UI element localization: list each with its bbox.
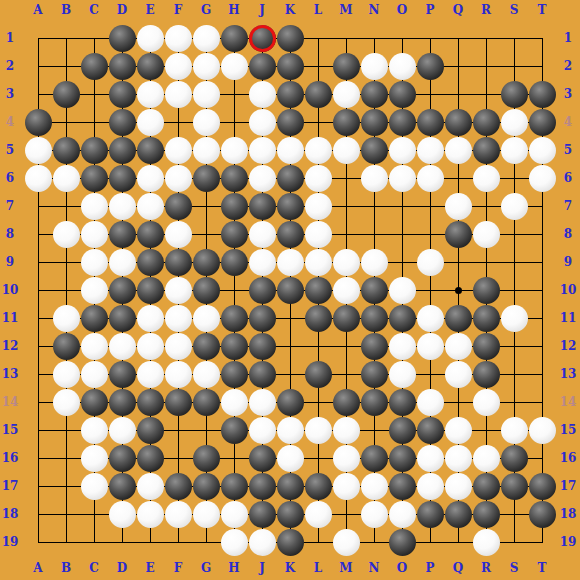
white-stone-D18[interactable]: [109, 501, 136, 528]
column-label-top-L: L: [304, 2, 332, 18]
white-stone-F6[interactable]: [165, 165, 192, 192]
black-stone-N5[interactable]: [361, 137, 388, 164]
black-stone-H15[interactable]: [221, 417, 248, 444]
white-stone-J14[interactable]: [249, 389, 276, 416]
white-stone-F5[interactable]: [165, 137, 192, 164]
white-stone-G18[interactable]: [193, 501, 220, 528]
white-stone-E1[interactable]: [137, 25, 164, 52]
white-stone-F13[interactable]: [165, 361, 192, 388]
black-stone-T17[interactable]: [529, 473, 556, 500]
row-label-right-4: 4: [554, 114, 580, 130]
black-stone-G12[interactable]: [193, 333, 220, 360]
white-stone-M9[interactable]: [333, 249, 360, 276]
black-stone-D2[interactable]: [109, 53, 136, 80]
white-stone-N2[interactable]: [361, 53, 388, 80]
black-stone-R13[interactable]: [473, 361, 500, 388]
black-stone-Q4[interactable]: [445, 109, 472, 136]
white-stone-G3[interactable]: [193, 81, 220, 108]
black-stone-D13[interactable]: [109, 361, 136, 388]
black-stone-K6[interactable]: [277, 165, 304, 192]
white-stone-D15[interactable]: [109, 417, 136, 444]
black-stone-F7[interactable]: [165, 193, 192, 220]
black-stone-D14[interactable]: [109, 389, 136, 416]
white-stone-F8[interactable]: [165, 221, 192, 248]
black-stone-T3[interactable]: [529, 81, 556, 108]
black-stone-J18[interactable]: [249, 501, 276, 528]
black-stone-K3[interactable]: [277, 81, 304, 108]
white-stone-M3[interactable]: [333, 81, 360, 108]
black-stone-J11[interactable]: [249, 305, 276, 332]
white-stone-Q15[interactable]: [445, 417, 472, 444]
white-stone-S7[interactable]: [501, 193, 528, 220]
black-stone-E14[interactable]: [137, 389, 164, 416]
white-stone-B11[interactable]: [53, 305, 80, 332]
black-stone-J16[interactable]: [249, 445, 276, 472]
white-stone-L9[interactable]: [305, 249, 332, 276]
black-stone-D6[interactable]: [109, 165, 136, 192]
black-stone-E5[interactable]: [137, 137, 164, 164]
black-stone-N14[interactable]: [361, 389, 388, 416]
white-stone-M17[interactable]: [333, 473, 360, 500]
row-label-left-1: 1: [0, 30, 24, 46]
white-stone-A6[interactable]: [25, 165, 52, 192]
black-stone-H7[interactable]: [221, 193, 248, 220]
white-stone-K15[interactable]: [277, 417, 304, 444]
white-stone-P9[interactable]: [417, 249, 444, 276]
white-stone-G1[interactable]: [193, 25, 220, 52]
white-stone-P16[interactable]: [417, 445, 444, 472]
row-label-right-8: 8: [554, 226, 580, 242]
black-stone-J2[interactable]: [249, 53, 276, 80]
white-stone-P17[interactable]: [417, 473, 444, 500]
white-stone-P6[interactable]: [417, 165, 444, 192]
black-stone-S3[interactable]: [501, 81, 528, 108]
black-stone-N16[interactable]: [361, 445, 388, 472]
white-stone-C17[interactable]: [81, 473, 108, 500]
black-stone-F9[interactable]: [165, 249, 192, 276]
white-stone-O13[interactable]: [389, 361, 416, 388]
white-stone-T15[interactable]: [529, 417, 556, 444]
white-stone-J9[interactable]: [249, 249, 276, 276]
white-stone-H2[interactable]: [221, 53, 248, 80]
black-stone-H1[interactable]: [221, 25, 248, 52]
column-label-bottom-H: H: [220, 560, 248, 576]
white-stone-P5[interactable]: [417, 137, 444, 164]
white-stone-O5[interactable]: [389, 137, 416, 164]
black-stone-R4[interactable]: [473, 109, 500, 136]
row-label-right-11: 11: [554, 310, 580, 326]
white-stone-Q12[interactable]: [445, 333, 472, 360]
white-stone-E13[interactable]: [137, 361, 164, 388]
row-label-right-18: 18: [554, 506, 580, 522]
row-label-right-2: 2: [554, 58, 580, 74]
white-stone-Q7[interactable]: [445, 193, 472, 220]
white-stone-J19[interactable]: [249, 529, 276, 556]
black-stone-T18[interactable]: [529, 501, 556, 528]
black-stone-K2[interactable]: [277, 53, 304, 80]
white-stone-E11[interactable]: [137, 305, 164, 332]
white-stone-G2[interactable]: [193, 53, 220, 80]
black-stone-P15[interactable]: [417, 417, 444, 444]
white-stone-Q13[interactable]: [445, 361, 472, 388]
row-label-right-6: 6: [554, 170, 580, 186]
white-stone-T6[interactable]: [529, 165, 556, 192]
white-stone-C9[interactable]: [81, 249, 108, 276]
black-stone-G16[interactable]: [193, 445, 220, 472]
black-stone-N3[interactable]: [361, 81, 388, 108]
column-label-bottom-F: F: [164, 560, 192, 576]
black-stone-O14[interactable]: [389, 389, 416, 416]
black-stone-N13[interactable]: [361, 361, 388, 388]
black-stone-D8[interactable]: [109, 221, 136, 248]
black-stone-J10[interactable]: [249, 277, 276, 304]
column-label-top-D: D: [108, 2, 136, 18]
row-label-left-6: 6: [0, 170, 24, 186]
black-stone-O19[interactable]: [389, 529, 416, 556]
row-label-right-3: 3: [554, 86, 580, 102]
white-stone-F10[interactable]: [165, 277, 192, 304]
column-label-top-R: R: [472, 2, 500, 18]
white-stone-E12[interactable]: [137, 333, 164, 360]
white-stone-L18[interactable]: [305, 501, 332, 528]
black-stone-N12[interactable]: [361, 333, 388, 360]
white-stone-L8[interactable]: [305, 221, 332, 248]
black-stone-O4[interactable]: [389, 109, 416, 136]
column-label-top-T: T: [528, 2, 556, 18]
column-label-bottom-E: E: [136, 560, 164, 576]
column-label-top-P: P: [416, 2, 444, 18]
white-stone-E18[interactable]: [137, 501, 164, 528]
black-stone-G17[interactable]: [193, 473, 220, 500]
white-stone-M5[interactable]: [333, 137, 360, 164]
white-stone-H18[interactable]: [221, 501, 248, 528]
column-label-bottom-B: B: [52, 560, 80, 576]
column-label-top-F: F: [164, 2, 192, 18]
white-stone-T5[interactable]: [529, 137, 556, 164]
black-stone-H9[interactable]: [221, 249, 248, 276]
white-stone-M10[interactable]: [333, 277, 360, 304]
white-stone-J5[interactable]: [249, 137, 276, 164]
black-stone-D1[interactable]: [109, 25, 136, 52]
black-stone-K10[interactable]: [277, 277, 304, 304]
white-stone-S15[interactable]: [501, 417, 528, 444]
black-stone-H12[interactable]: [221, 333, 248, 360]
white-stone-O6[interactable]: [389, 165, 416, 192]
column-label-top-A: A: [24, 2, 52, 18]
column-label-top-S: S: [500, 2, 528, 18]
white-stone-N18[interactable]: [361, 501, 388, 528]
black-stone-P18[interactable]: [417, 501, 444, 528]
white-stone-Q16[interactable]: [445, 445, 472, 472]
black-stone-D17[interactable]: [109, 473, 136, 500]
white-stone-N9[interactable]: [361, 249, 388, 276]
black-stone-H11[interactable]: [221, 305, 248, 332]
row-label-left-9: 9: [0, 254, 24, 270]
row-label-left-19: 19: [0, 534, 24, 550]
black-stone-N4[interactable]: [361, 109, 388, 136]
column-label-bottom-O: O: [388, 560, 416, 576]
row-label-left-14: 14: [0, 394, 24, 410]
black-stone-E16[interactable]: [137, 445, 164, 472]
white-stone-C8[interactable]: [81, 221, 108, 248]
black-stone-B5[interactable]: [53, 137, 80, 164]
black-stone-G14[interactable]: [193, 389, 220, 416]
black-stone-R10[interactable]: [473, 277, 500, 304]
white-stone-C12[interactable]: [81, 333, 108, 360]
white-stone-J4[interactable]: [249, 109, 276, 136]
white-stone-B13[interactable]: [53, 361, 80, 388]
white-stone-J6[interactable]: [249, 165, 276, 192]
black-stone-G9[interactable]: [193, 249, 220, 276]
column-label-top-M: M: [332, 2, 360, 18]
black-stone-K4[interactable]: [277, 109, 304, 136]
black-stone-O16[interactable]: [389, 445, 416, 472]
black-stone-C6[interactable]: [81, 165, 108, 192]
black-stone-O11[interactable]: [389, 305, 416, 332]
column-label-bottom-M: M: [332, 560, 360, 576]
white-stone-L6[interactable]: [305, 165, 332, 192]
white-stone-E6[interactable]: [137, 165, 164, 192]
black-stone-B12[interactable]: [53, 333, 80, 360]
white-stone-P14[interactable]: [417, 389, 444, 416]
black-stone-P2[interactable]: [417, 53, 444, 80]
black-stone-C14[interactable]: [81, 389, 108, 416]
white-stone-E4[interactable]: [137, 109, 164, 136]
white-stone-J3[interactable]: [249, 81, 276, 108]
white-stone-B6[interactable]: [53, 165, 80, 192]
row-label-left-18: 18: [0, 506, 24, 522]
white-stone-M19[interactable]: [333, 529, 360, 556]
white-stone-H5[interactable]: [221, 137, 248, 164]
white-stone-G4[interactable]: [193, 109, 220, 136]
black-stone-R11[interactable]: [473, 305, 500, 332]
column-label-top-K: K: [276, 2, 304, 18]
black-stone-R18[interactable]: [473, 501, 500, 528]
black-stone-P4[interactable]: [417, 109, 444, 136]
white-stone-S5[interactable]: [501, 137, 528, 164]
white-stone-R14[interactable]: [473, 389, 500, 416]
white-stone-S11[interactable]: [501, 305, 528, 332]
white-stone-K9[interactable]: [277, 249, 304, 276]
white-stone-C15[interactable]: [81, 417, 108, 444]
white-stone-L7[interactable]: [305, 193, 332, 220]
white-stone-C16[interactable]: [81, 445, 108, 472]
black-stone-Q18[interactable]: [445, 501, 472, 528]
white-stone-F11[interactable]: [165, 305, 192, 332]
white-stone-O12[interactable]: [389, 333, 416, 360]
black-stone-J17[interactable]: [249, 473, 276, 500]
white-stone-C13[interactable]: [81, 361, 108, 388]
black-stone-L10[interactable]: [305, 277, 332, 304]
black-stone-D3[interactable]: [109, 81, 136, 108]
black-stone-S16[interactable]: [501, 445, 528, 472]
black-stone-J13[interactable]: [249, 361, 276, 388]
black-stone-E9[interactable]: [137, 249, 164, 276]
row-label-left-3: 3: [0, 86, 24, 102]
white-stone-O10[interactable]: [389, 277, 416, 304]
white-stone-P12[interactable]: [417, 333, 444, 360]
white-stone-D7[interactable]: [109, 193, 136, 220]
white-stone-K16[interactable]: [277, 445, 304, 472]
row-label-right-10: 10: [554, 282, 580, 298]
black-stone-K1[interactable]: [277, 25, 304, 52]
white-stone-C10[interactable]: [81, 277, 108, 304]
column-label-bottom-C: C: [80, 560, 108, 576]
black-stone-E2[interactable]: [137, 53, 164, 80]
white-stone-G11[interactable]: [193, 305, 220, 332]
black-stone-D10[interactable]: [109, 277, 136, 304]
row-label-left-16: 16: [0, 450, 24, 466]
black-stone-N10[interactable]: [361, 277, 388, 304]
black-stone-H8[interactable]: [221, 221, 248, 248]
column-label-bottom-K: K: [276, 560, 304, 576]
white-stone-G5[interactable]: [193, 137, 220, 164]
white-stone-F18[interactable]: [165, 501, 192, 528]
black-stone-G6[interactable]: [193, 165, 220, 192]
black-stone-E8[interactable]: [137, 221, 164, 248]
white-stone-D12[interactable]: [109, 333, 136, 360]
black-stone-T4[interactable]: [529, 109, 556, 136]
black-stone-L17[interactable]: [305, 473, 332, 500]
column-label-bottom-Q: Q: [444, 560, 472, 576]
black-stone-C5[interactable]: [81, 137, 108, 164]
column-label-top-N: N: [360, 2, 388, 18]
white-stone-A5[interactable]: [25, 137, 52, 164]
black-stone-Q11[interactable]: [445, 305, 472, 332]
black-stone-R5[interactable]: [473, 137, 500, 164]
white-stone-R19[interactable]: [473, 529, 500, 556]
white-stone-F12[interactable]: [165, 333, 192, 360]
white-stone-R6[interactable]: [473, 165, 500, 192]
black-stone-J7[interactable]: [249, 193, 276, 220]
black-stone-K19[interactable]: [277, 529, 304, 556]
black-stone-K14[interactable]: [277, 389, 304, 416]
white-stone-F1[interactable]: [165, 25, 192, 52]
row-label-left-7: 7: [0, 198, 24, 214]
black-stone-C11[interactable]: [81, 305, 108, 332]
row-label-right-1: 1: [554, 30, 580, 46]
go-board: AABBCCDDEEFFGGHHJJKKLLMMNNOOPPQQRRSSTT11…: [0, 0, 580, 580]
black-stone-M14[interactable]: [333, 389, 360, 416]
row-label-right-9: 9: [554, 254, 580, 270]
white-stone-E3[interactable]: [137, 81, 164, 108]
black-stone-Q8[interactable]: [445, 221, 472, 248]
black-stone-M11[interactable]: [333, 305, 360, 332]
black-stone-O17[interactable]: [389, 473, 416, 500]
column-label-bottom-S: S: [500, 560, 528, 576]
column-label-bottom-R: R: [472, 560, 500, 576]
black-stone-K8[interactable]: [277, 221, 304, 248]
column-label-bottom-J: J: [248, 560, 276, 576]
white-stone-F2[interactable]: [165, 53, 192, 80]
white-stone-B8[interactable]: [53, 221, 80, 248]
white-stone-J15[interactable]: [249, 417, 276, 444]
white-stone-L5[interactable]: [305, 137, 332, 164]
black-stone-K17[interactable]: [277, 473, 304, 500]
black-stone-F14[interactable]: [165, 389, 192, 416]
white-stone-P11[interactable]: [417, 305, 444, 332]
black-stone-E10[interactable]: [137, 277, 164, 304]
black-stone-H6[interactable]: [221, 165, 248, 192]
white-stone-L15[interactable]: [305, 417, 332, 444]
black-stone-N11[interactable]: [361, 305, 388, 332]
black-stone-E15[interactable]: [137, 417, 164, 444]
white-stone-R8[interactable]: [473, 221, 500, 248]
white-stone-G13[interactable]: [193, 361, 220, 388]
black-stone-L11[interactable]: [305, 305, 332, 332]
black-stone-A4[interactable]: [25, 109, 52, 136]
white-stone-J8[interactable]: [249, 221, 276, 248]
row-label-left-17: 17: [0, 478, 24, 494]
row-label-right-19: 19: [554, 534, 580, 550]
row-label-left-12: 12: [0, 338, 24, 354]
white-stone-E7[interactable]: [137, 193, 164, 220]
black-stone-S17[interactable]: [501, 473, 528, 500]
black-stone-H13[interactable]: [221, 361, 248, 388]
white-stone-D9[interactable]: [109, 249, 136, 276]
white-stone-H14[interactable]: [221, 389, 248, 416]
black-stone-K7[interactable]: [277, 193, 304, 220]
white-stone-F3[interactable]: [165, 81, 192, 108]
black-stone-G10[interactable]: [193, 277, 220, 304]
white-stone-K5[interactable]: [277, 137, 304, 164]
white-stone-B14[interactable]: [53, 389, 80, 416]
black-stone-B3[interactable]: [53, 81, 80, 108]
white-stone-R16[interactable]: [473, 445, 500, 472]
black-stone-J12[interactable]: [249, 333, 276, 360]
black-stone-R12[interactable]: [473, 333, 500, 360]
white-stone-M15[interactable]: [333, 417, 360, 444]
black-stone-O3[interactable]: [389, 81, 416, 108]
white-stone-Q17[interactable]: [445, 473, 472, 500]
column-label-bottom-D: D: [108, 560, 136, 576]
white-stone-O2[interactable]: [389, 53, 416, 80]
row-label-left-4: 4: [0, 114, 24, 130]
column-label-top-C: C: [80, 2, 108, 18]
column-label-top-J: J: [248, 2, 276, 18]
black-stone-O15[interactable]: [389, 417, 416, 444]
white-stone-H19[interactable]: [221, 529, 248, 556]
black-stone-L3[interactable]: [305, 81, 332, 108]
white-stone-C7[interactable]: [81, 193, 108, 220]
white-stone-N6[interactable]: [361, 165, 388, 192]
black-stone-D4[interactable]: [109, 109, 136, 136]
black-stone-H17[interactable]: [221, 473, 248, 500]
black-stone-R17[interactable]: [473, 473, 500, 500]
row-label-left-10: 10: [0, 282, 24, 298]
black-stone-M4[interactable]: [333, 109, 360, 136]
white-stone-Q5[interactable]: [445, 137, 472, 164]
black-stone-K18[interactable]: [277, 501, 304, 528]
column-label-top-H: H: [220, 2, 248, 18]
column-label-bottom-T: T: [528, 560, 556, 576]
black-stone-M2[interactable]: [333, 53, 360, 80]
black-stone-C2[interactable]: [81, 53, 108, 80]
white-stone-E17[interactable]: [137, 473, 164, 500]
white-stone-N17[interactable]: [361, 473, 388, 500]
black-stone-L13[interactable]: [305, 361, 332, 388]
white-stone-O18[interactable]: [389, 501, 416, 528]
white-stone-M16[interactable]: [333, 445, 360, 472]
black-stone-D5[interactable]: [109, 137, 136, 164]
column-label-bottom-P: P: [416, 560, 444, 576]
black-stone-D11[interactable]: [109, 305, 136, 332]
black-stone-D16[interactable]: [109, 445, 136, 472]
row-label-right-5: 5: [554, 142, 580, 158]
black-stone-F17[interactable]: [165, 473, 192, 500]
column-label-top-E: E: [136, 2, 164, 18]
white-stone-S4[interactable]: [501, 109, 528, 136]
